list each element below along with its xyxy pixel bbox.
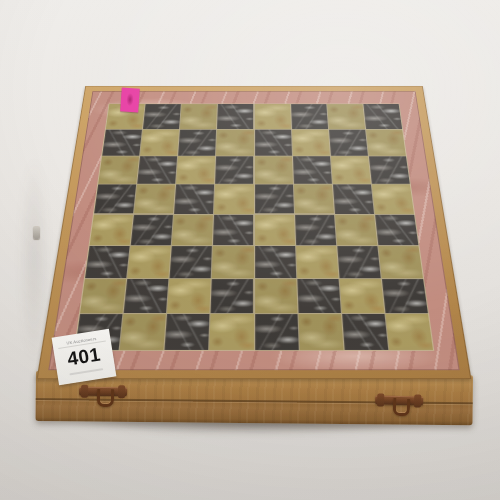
board-square-g7 [329, 130, 368, 156]
board-square-g6 [331, 156, 371, 183]
board-square-b1 [120, 314, 166, 350]
board-square-a7 [102, 130, 142, 156]
board-square-c1 [165, 314, 210, 350]
board-square-e2 [255, 279, 298, 313]
board-square-c5 [174, 185, 214, 214]
board-square-c8 [180, 104, 217, 129]
board-square-d1 [210, 314, 254, 350]
board-square-b3 [127, 246, 171, 278]
board-square-a6 [98, 156, 139, 183]
board-square-e6 [254, 156, 292, 183]
board-square-e3 [255, 246, 296, 278]
board-square-f5 [294, 185, 334, 214]
board-square-g2 [339, 279, 384, 313]
board-square-h6 [369, 156, 410, 183]
board-square-a3 [85, 246, 130, 278]
board-square-d7 [216, 130, 253, 156]
marble-border [48, 91, 459, 370]
pink-sticker [120, 87, 140, 112]
board-square-d8 [217, 104, 253, 129]
board-square-h5 [372, 185, 414, 214]
board-square-d2 [211, 279, 254, 313]
board-square-d3 [212, 246, 253, 278]
board-square-b8 [143, 104, 181, 129]
board-square-f3 [296, 246, 338, 278]
board-square-d5 [214, 185, 253, 214]
board-square-c2 [167, 279, 211, 313]
board-square-h1 [385, 314, 433, 350]
board-square-c4 [172, 214, 213, 245]
board-square-e8 [254, 104, 290, 129]
board-square-b6 [137, 156, 177, 183]
board-square-g1 [342, 314, 388, 350]
lot-label: UK Auctioneers 401 [52, 329, 117, 385]
board-square-a4 [90, 214, 133, 245]
board-square-h2 [382, 279, 428, 313]
board-square-g4 [335, 214, 377, 245]
photo-background: UK Auctioneers 401 [0, 0, 500, 500]
board-square-c6 [176, 156, 215, 183]
board-square-e1 [255, 314, 299, 350]
board-square-g8 [327, 104, 365, 129]
board-square-b4 [131, 214, 173, 245]
lot-number: 401 [66, 343, 103, 372]
board-square-f7 [292, 130, 330, 156]
hinge-chip [33, 226, 40, 239]
board-square-h3 [378, 246, 423, 278]
board-square-g3 [337, 246, 381, 278]
board-square-f1 [298, 314, 343, 350]
board-square-c7 [178, 130, 216, 156]
board-square-g5 [333, 185, 374, 214]
board-square-h4 [375, 214, 418, 245]
board-square-b5 [134, 185, 175, 214]
board-square-h8 [363, 104, 402, 129]
board-square-d4 [213, 214, 253, 245]
board-square-e5 [254, 185, 293, 214]
board-square-b2 [124, 279, 169, 313]
chess-board-grid [74, 104, 435, 351]
board-square-f8 [291, 104, 328, 129]
board-square-c3 [170, 246, 212, 278]
board-perspective-scene [64, 24, 444, 404]
board-square-f2 [297, 279, 341, 313]
board-square-d6 [215, 156, 253, 183]
board-square-f6 [293, 156, 332, 183]
board-square-h7 [366, 130, 406, 156]
board-square-a2 [80, 279, 126, 313]
board-square-f4 [295, 214, 336, 245]
board-square-b7 [140, 130, 179, 156]
board-square-e7 [254, 130, 291, 156]
board-square-a5 [94, 185, 136, 214]
board-square-e4 [255, 214, 295, 245]
